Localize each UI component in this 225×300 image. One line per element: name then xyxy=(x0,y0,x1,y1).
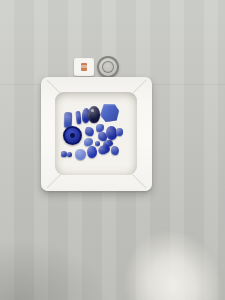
large-chunk xyxy=(100,104,119,122)
glass-chip-6 xyxy=(86,146,97,159)
glass-pebble-3 xyxy=(67,152,72,157)
round-button xyxy=(63,126,82,145)
glass-pebble-1 xyxy=(95,141,100,146)
glass-chip-4 xyxy=(116,128,123,136)
glass-chip-7 xyxy=(110,145,119,155)
button-center-hole xyxy=(70,133,75,138)
photo-backdrop xyxy=(0,0,225,300)
glass-sliver xyxy=(75,111,81,124)
glass-pieces-layer xyxy=(0,0,225,300)
glass-chip-5 xyxy=(84,138,93,146)
navy-button xyxy=(88,106,100,123)
glass-shine xyxy=(91,109,94,112)
glass-chip-1 xyxy=(84,126,94,136)
glass-chip-2 xyxy=(96,124,104,132)
periwinkle-chunk xyxy=(74,148,86,160)
